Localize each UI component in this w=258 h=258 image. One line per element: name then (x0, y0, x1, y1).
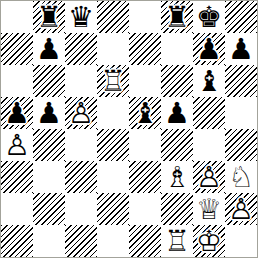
black-rook: ♜♜ (161, 1, 193, 33)
square-c8[interactable]: ♛♛ (65, 1, 97, 33)
square-a7[interactable] (1, 33, 33, 65)
piece-glyph: ♙ (65, 97, 97, 129)
square-e8[interactable] (129, 1, 161, 33)
square-a6[interactable] (1, 65, 33, 97)
square-g7[interactable]: ♟♟ (193, 33, 225, 65)
square-d8[interactable] (97, 1, 129, 33)
square-g4[interactable] (193, 129, 225, 161)
piece-glyph: ♕ (193, 193, 225, 225)
piece-glyph: ♝ (129, 97, 161, 129)
square-h7[interactable]: ♟♟ (225, 33, 257, 65)
square-f4[interactable] (161, 129, 193, 161)
piece-glyph: ♝ (193, 65, 225, 97)
square-h5[interactable] (225, 97, 257, 129)
piece-glyph: ♚ (193, 1, 225, 33)
square-f6[interactable] (161, 65, 193, 97)
black-bishop: ♝♝ (129, 97, 161, 129)
white-rook: ♜♖ (161, 225, 193, 257)
square-f1[interactable]: ♜♖ (161, 225, 193, 257)
black-pawn: ♟♟ (225, 33, 257, 65)
square-a2[interactable] (1, 193, 33, 225)
square-a3[interactable] (1, 161, 33, 193)
white-queen: ♛♕ (193, 193, 225, 225)
square-h1[interactable] (225, 225, 257, 257)
white-bishop: ♝♗ (161, 161, 193, 193)
square-d7[interactable] (97, 33, 129, 65)
piece-glyph: ♙ (193, 161, 225, 193)
piece-glyph: ♟ (33, 33, 65, 65)
square-h6[interactable] (225, 65, 257, 97)
square-d1[interactable] (97, 225, 129, 257)
square-h4[interactable] (225, 129, 257, 161)
piece-glyph: ♘ (225, 161, 257, 193)
board-frame: ♜♜♛♛♜♜♚♚♟♟♟♟♟♟♜♖♝♝♟♟♟♟♟♙♝♝♟♟♟♙♝♗♟♙♞♘♛♕♟♙… (0, 0, 258, 258)
square-e1[interactable] (129, 225, 161, 257)
square-f7[interactable] (161, 33, 193, 65)
square-d4[interactable] (97, 129, 129, 161)
square-c7[interactable] (65, 33, 97, 65)
square-a8[interactable] (1, 1, 33, 33)
piece-glyph: ♗ (161, 161, 193, 193)
piece-glyph: ♖ (97, 65, 129, 97)
piece-glyph: ♛ (65, 1, 97, 33)
square-b3[interactable] (33, 161, 65, 193)
piece-glyph: ♟ (33, 97, 65, 129)
square-g3[interactable]: ♟♙ (193, 161, 225, 193)
square-g6[interactable]: ♝♝ (193, 65, 225, 97)
square-c5[interactable]: ♟♙ (65, 97, 97, 129)
black-pawn: ♟♟ (193, 33, 225, 65)
square-e5[interactable]: ♝♝ (129, 97, 161, 129)
piece-glyph: ♙ (225, 193, 257, 225)
square-e2[interactable] (129, 193, 161, 225)
piece-glyph: ♟ (1, 97, 33, 129)
piece-glyph: ♔ (193, 225, 225, 257)
square-f2[interactable] (161, 193, 193, 225)
square-d3[interactable] (97, 161, 129, 193)
white-pawn: ♟♙ (193, 161, 225, 193)
black-king: ♚♚ (193, 1, 225, 33)
black-pawn: ♟♟ (161, 97, 193, 129)
black-pawn: ♟♟ (1, 97, 33, 129)
black-pawn: ♟♟ (33, 33, 65, 65)
white-king: ♚♔ (193, 225, 225, 257)
square-c1[interactable] (65, 225, 97, 257)
square-b8[interactable]: ♜♜ (33, 1, 65, 33)
square-e7[interactable] (129, 33, 161, 65)
piece-glyph: ♜ (161, 1, 193, 33)
square-g8[interactable]: ♚♚ (193, 1, 225, 33)
square-a4[interactable]: ♟♙ (1, 129, 33, 161)
square-d5[interactable] (97, 97, 129, 129)
piece-glyph: ♟ (225, 33, 257, 65)
black-bishop: ♝♝ (193, 65, 225, 97)
square-b1[interactable] (33, 225, 65, 257)
square-e3[interactable] (129, 161, 161, 193)
square-f8[interactable]: ♜♜ (161, 1, 193, 33)
piece-glyph: ♙ (1, 129, 33, 161)
square-g2[interactable]: ♛♕ (193, 193, 225, 225)
square-b2[interactable] (33, 193, 65, 225)
square-g5[interactable] (193, 97, 225, 129)
square-h3[interactable]: ♞♘ (225, 161, 257, 193)
square-g1[interactable]: ♚♔ (193, 225, 225, 257)
white-pawn: ♟♙ (225, 193, 257, 225)
square-c2[interactable] (65, 193, 97, 225)
black-rook: ♜♜ (33, 1, 65, 33)
square-b6[interactable] (33, 65, 65, 97)
black-queen: ♛♛ (65, 1, 97, 33)
square-a5[interactable]: ♟♟ (1, 97, 33, 129)
white-pawn: ♟♙ (65, 97, 97, 129)
black-pawn: ♟♟ (33, 97, 65, 129)
square-b7[interactable]: ♟♟ (33, 33, 65, 65)
square-h8[interactable] (225, 1, 257, 33)
square-f3[interactable]: ♝♗ (161, 161, 193, 193)
square-f5[interactable]: ♟♟ (161, 97, 193, 129)
square-b5[interactable]: ♟♟ (33, 97, 65, 129)
piece-glyph: ♜ (33, 1, 65, 33)
square-c6[interactable] (65, 65, 97, 97)
square-b4[interactable] (33, 129, 65, 161)
piece-glyph: ♖ (161, 225, 193, 257)
white-knight: ♞♘ (225, 161, 257, 193)
white-pawn: ♟♙ (1, 129, 33, 161)
square-h2[interactable]: ♟♙ (225, 193, 257, 225)
square-e6[interactable] (129, 65, 161, 97)
chess-board: ♜♜♛♛♜♜♚♚♟♟♟♟♟♟♜♖♝♝♟♟♟♟♟♙♝♝♟♟♟♙♝♗♟♙♞♘♛♕♟♙… (1, 1, 257, 257)
piece-glyph: ♟ (193, 33, 225, 65)
square-e4[interactable] (129, 129, 161, 161)
square-d2[interactable] (97, 193, 129, 225)
square-c3[interactable] (65, 161, 97, 193)
square-d6[interactable]: ♜♖ (97, 65, 129, 97)
white-rook: ♜♖ (97, 65, 129, 97)
piece-glyph: ♟ (161, 97, 193, 129)
square-a1[interactable] (1, 225, 33, 257)
square-c4[interactable] (65, 129, 97, 161)
